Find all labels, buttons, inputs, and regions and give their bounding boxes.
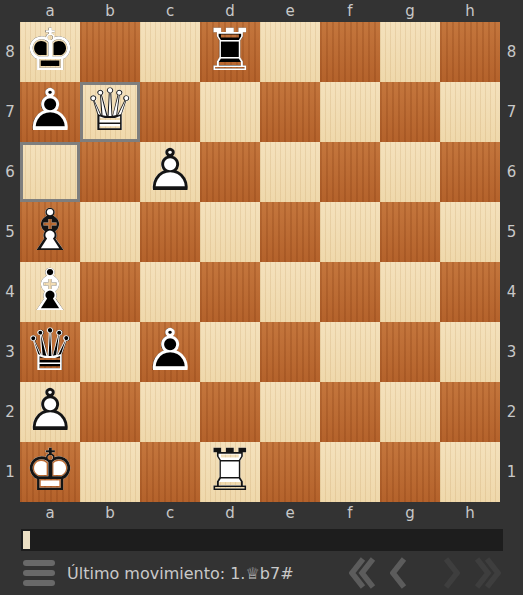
file-label-f: f [320, 502, 380, 524]
square-e3[interactable] [260, 322, 320, 382]
white-king-outline: ♔ [24, 441, 76, 499]
next-move-icon[interactable] [443, 557, 460, 589]
square-f2[interactable] [320, 382, 380, 442]
menu-icon[interactable] [23, 560, 55, 586]
square-a8[interactable]: ♚♔ [20, 22, 80, 82]
rank-label-8: 8 [0, 22, 20, 82]
rank-label-5: 5 [0, 202, 20, 262]
rank-labels-right: 87654321 [500, 22, 523, 502]
square-h4[interactable] [440, 262, 500, 322]
square-c8[interactable] [140, 22, 200, 82]
rank-label-4: 4 [0, 262, 20, 322]
square-e1[interactable] [260, 442, 320, 502]
white-king[interactable]: ♚♔ [20, 442, 80, 502]
white-pawn[interactable]: ♟♙ [20, 382, 80, 442]
square-g4[interactable] [380, 262, 440, 322]
file-label-d: d [200, 502, 260, 524]
last-move-icon[interactable] [474, 557, 501, 589]
file-label-e: e [260, 502, 320, 524]
square-c5[interactable] [140, 202, 200, 262]
square-b1[interactable] [80, 442, 140, 502]
square-h7[interactable] [440, 82, 500, 142]
square-g3[interactable] [380, 322, 440, 382]
menu-icon-bar [23, 570, 55, 576]
white-rook-outline: ♖ [204, 441, 256, 499]
square-g8[interactable] [380, 22, 440, 82]
square-d2[interactable] [200, 382, 260, 442]
white-rook[interactable]: ♜♖ [200, 442, 260, 502]
square-a4[interactable]: ♝♗ [20, 262, 80, 322]
file-label-e: e [260, 0, 320, 22]
black-rook[interactable]: ♜♖ [200, 22, 260, 82]
file-labels-top: abcdefgh [20, 0, 500, 22]
square-f5[interactable] [320, 202, 380, 262]
square-h3[interactable] [440, 322, 500, 382]
white-queen[interactable]: ♛♕ [80, 82, 140, 142]
square-e4[interactable] [260, 262, 320, 322]
black-bishop-outline: ♗ [24, 261, 76, 319]
file-label-h: h [440, 0, 500, 22]
square-h1[interactable] [440, 442, 500, 502]
rank-label-4: 4 [500, 262, 523, 322]
white-queen-outline: ♕ [84, 81, 136, 139]
file-label-f: f [320, 0, 380, 22]
status-bar: Último movimiento: 1.♕b7# [0, 551, 523, 595]
file-labels-bottom: abcdefgh [20, 502, 500, 524]
square-a3[interactable]: ♛♕ [20, 322, 80, 382]
square-b8[interactable] [80, 22, 140, 82]
rank-label-6: 6 [0, 142, 20, 202]
white-bishop-outline: ♗ [24, 201, 76, 259]
menu-icon-bar [23, 580, 55, 586]
menu-icon-bar [23, 560, 55, 566]
black-rook-outline: ♖ [204, 21, 256, 79]
scrollbar-thumb[interactable] [23, 531, 30, 549]
file-label-c: c [140, 502, 200, 524]
square-f1[interactable] [320, 442, 380, 502]
square-g1[interactable] [380, 442, 440, 502]
black-pawn-outline: ♙ [24, 81, 76, 139]
file-label-b: b [80, 0, 140, 22]
square-d3[interactable] [200, 322, 260, 382]
rank-label-7: 7 [500, 82, 523, 142]
square-c2[interactable] [140, 382, 200, 442]
square-d5[interactable] [200, 202, 260, 262]
square-a7[interactable]: ♟♙ [20, 82, 80, 142]
file-label-g: g [380, 502, 440, 524]
square-g7[interactable] [380, 82, 440, 142]
rank-labels-left: 87654321 [0, 22, 20, 502]
black-queen[interactable]: ♛♕ [20, 322, 80, 382]
square-e6[interactable] [260, 142, 320, 202]
move-list-scrollbar[interactable] [21, 529, 503, 551]
square-c1[interactable] [140, 442, 200, 502]
black-king-outline: ♔ [24, 21, 76, 79]
rank-label-2: 2 [500, 382, 523, 442]
square-a6[interactable] [20, 142, 80, 202]
chess-app: abcdefgh 87654321 ♚♔♜♖♟♙♛♕♟♙♝♗♝♗♛♕♟♙♟♙♚♔… [0, 0, 523, 595]
square-c6[interactable]: ♟♙ [140, 142, 200, 202]
square-h8[interactable] [440, 22, 500, 82]
square-d4[interactable] [200, 262, 260, 322]
square-e5[interactable] [260, 202, 320, 262]
square-c7[interactable] [140, 82, 200, 142]
square-g2[interactable] [380, 382, 440, 442]
rank-label-6: 6 [500, 142, 523, 202]
square-d6[interactable] [200, 142, 260, 202]
nav-forward-group [443, 557, 501, 589]
black-king[interactable]: ♚♔ [20, 22, 80, 82]
square-b5[interactable] [80, 202, 140, 262]
black-pawn-outline: ♙ [144, 321, 196, 379]
rank-label-7: 7 [0, 82, 20, 142]
rank-label-2: 2 [0, 382, 20, 442]
square-g5[interactable] [380, 202, 440, 262]
black-bishop[interactable]: ♝♗ [20, 262, 80, 322]
white-pawn[interactable]: ♟♙ [140, 142, 200, 202]
rank-label-3: 3 [0, 322, 20, 382]
square-e7[interactable] [260, 82, 320, 142]
square-b2[interactable] [80, 382, 140, 442]
white-bishop[interactable]: ♝♗ [20, 202, 80, 262]
square-b3[interactable] [80, 322, 140, 382]
square-h2[interactable] [440, 382, 500, 442]
square-f7[interactable] [320, 82, 380, 142]
file-label-h: h [440, 502, 500, 524]
square-c3[interactable]: ♟♙ [140, 322, 200, 382]
square-f6[interactable] [320, 142, 380, 202]
nav-back-group [349, 557, 407, 589]
file-label-a: a [20, 502, 80, 524]
previous-move-icon[interactable] [390, 557, 407, 589]
chess-board: ♚♔♜♖♟♙♛♕♟♙♝♗♝♗♛♕♟♙♟♙♚♔♜♖ [20, 22, 500, 502]
square-f8[interactable] [320, 22, 380, 82]
square-d1[interactable]: ♜♖ [200, 442, 260, 502]
rank-label-3: 3 [500, 322, 523, 382]
board-band: 87654321 ♚♔♜♖♟♙♛♕♟♙♝♗♝♗♛♕♟♙♟♙♚♔♜♖ 876543… [0, 22, 523, 502]
black-pawn[interactable]: ♟♙ [140, 322, 200, 382]
black-pawn[interactable]: ♟♙ [20, 82, 80, 142]
square-b6[interactable] [80, 142, 140, 202]
last-move-text: Último movimiento: 1.♕b7# [67, 564, 294, 583]
square-a2[interactable]: ♟♙ [20, 382, 80, 442]
square-f4[interactable] [320, 262, 380, 322]
square-a5[interactable]: ♝♗ [20, 202, 80, 262]
file-label-b: b [80, 502, 140, 524]
square-b7[interactable]: ♛♕ [80, 82, 140, 142]
square-b4[interactable] [80, 262, 140, 322]
rank-label-5: 5 [500, 202, 523, 262]
square-d8[interactable]: ♜♖ [200, 22, 260, 82]
square-e8[interactable] [260, 22, 320, 82]
square-e2[interactable] [260, 382, 320, 442]
square-h6[interactable] [440, 142, 500, 202]
square-d7[interactable] [200, 82, 260, 142]
square-h5[interactable] [440, 202, 500, 262]
file-label-g: g [380, 0, 440, 22]
square-c4[interactable] [140, 262, 200, 322]
square-f3[interactable] [320, 322, 380, 382]
rank-label-8: 8 [500, 22, 523, 82]
white-pawn-outline: ♙ [24, 381, 76, 439]
rank-label-1: 1 [0, 442, 20, 502]
black-queen-outline: ♕ [24, 321, 76, 379]
white-pawn-outline: ♙ [144, 141, 196, 199]
square-a1[interactable]: ♚♔ [20, 442, 80, 502]
rank-label-1: 1 [500, 442, 523, 502]
move-navigation [349, 557, 501, 589]
square-g6[interactable] [380, 142, 440, 202]
first-move-icon[interactable] [349, 557, 376, 589]
file-label-c: c [140, 0, 200, 22]
